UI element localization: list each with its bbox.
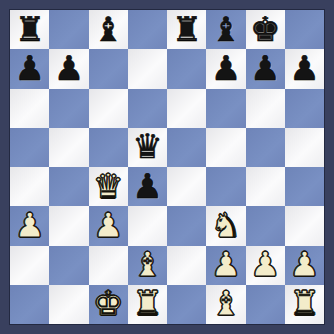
white-pawn-icon[interactable]: ♟ — [93, 208, 123, 242]
square-e5[interactable] — [167, 128, 206, 167]
square-b1[interactable] — [49, 285, 88, 324]
square-a6[interactable] — [10, 89, 49, 128]
square-b3[interactable] — [49, 206, 88, 245]
square-f2[interactable]: ♟ — [206, 246, 245, 285]
square-g4[interactable] — [246, 167, 285, 206]
square-g1[interactable] — [246, 285, 285, 324]
square-b6[interactable] — [49, 89, 88, 128]
square-b5[interactable] — [49, 128, 88, 167]
square-b7[interactable]: ♟ — [49, 49, 88, 88]
square-a5[interactable] — [10, 128, 49, 167]
square-h6[interactable] — [285, 89, 324, 128]
white-pawn-icon[interactable]: ♟ — [14, 208, 44, 242]
white-bishop-icon[interactable]: ♝ — [132, 247, 162, 281]
square-d5[interactable]: ♛ — [128, 128, 167, 167]
black-bishop-icon[interactable]: ♝ — [93, 12, 123, 46]
square-e2[interactable] — [167, 246, 206, 285]
square-g7[interactable]: ♟ — [246, 49, 285, 88]
square-a2[interactable] — [10, 246, 49, 285]
square-b4[interactable] — [49, 167, 88, 206]
black-pawn-icon[interactable]: ♟ — [289, 51, 319, 85]
square-f5[interactable] — [206, 128, 245, 167]
black-pawn-icon[interactable]: ♟ — [250, 51, 280, 85]
square-e7[interactable] — [167, 49, 206, 88]
square-d2[interactable]: ♝ — [128, 246, 167, 285]
square-e8[interactable]: ♜ — [167, 10, 206, 49]
black-king-icon[interactable]: ♚ — [250, 12, 280, 46]
square-f1[interactable]: ♝ — [206, 285, 245, 324]
white-rook-icon[interactable]: ♜ — [132, 286, 162, 320]
black-rook-icon[interactable]: ♜ — [171, 12, 201, 46]
square-h3[interactable] — [285, 206, 324, 245]
black-queen-icon[interactable]: ♛ — [132, 129, 162, 163]
square-g3[interactable] — [246, 206, 285, 245]
white-pawn-icon[interactable]: ♟ — [289, 247, 319, 281]
square-a8[interactable]: ♜ — [10, 10, 49, 49]
square-h7[interactable]: ♟ — [285, 49, 324, 88]
square-e3[interactable] — [167, 206, 206, 245]
square-a7[interactable]: ♟ — [10, 49, 49, 88]
square-f8[interactable]: ♝ — [206, 10, 245, 49]
white-knight-icon[interactable]: ♞ — [211, 208, 241, 242]
square-c1[interactable]: ♚ — [89, 285, 128, 324]
square-h4[interactable] — [285, 167, 324, 206]
board-frame: ♜♝♜♝♚♟♟♟♟♟♛♛♟♟♟♞♝♟♟♟♚♜♝♜ — [0, 0, 334, 334]
square-h1[interactable]: ♜ — [285, 285, 324, 324]
square-g5[interactable] — [246, 128, 285, 167]
square-c2[interactable] — [89, 246, 128, 285]
black-pawn-icon[interactable]: ♟ — [132, 169, 162, 203]
square-g8[interactable]: ♚ — [246, 10, 285, 49]
white-queen-icon[interactable]: ♛ — [93, 169, 123, 203]
black-bishop-icon[interactable]: ♝ — [211, 12, 241, 46]
square-h8[interactable] — [285, 10, 324, 49]
white-rook-icon[interactable]: ♜ — [289, 286, 319, 320]
square-b2[interactable] — [49, 246, 88, 285]
white-pawn-icon[interactable]: ♟ — [211, 247, 241, 281]
square-c6[interactable] — [89, 89, 128, 128]
square-f6[interactable] — [206, 89, 245, 128]
white-king-icon[interactable]: ♚ — [93, 286, 123, 320]
square-d7[interactable] — [128, 49, 167, 88]
square-c5[interactable] — [89, 128, 128, 167]
square-f4[interactable] — [206, 167, 245, 206]
square-c7[interactable] — [89, 49, 128, 88]
black-pawn-icon[interactable]: ♟ — [14, 51, 44, 85]
square-b8[interactable] — [49, 10, 88, 49]
square-d6[interactable] — [128, 89, 167, 128]
square-c3[interactable]: ♟ — [89, 206, 128, 245]
square-a3[interactable]: ♟ — [10, 206, 49, 245]
square-c8[interactable]: ♝ — [89, 10, 128, 49]
chess-board: ♜♝♜♝♚♟♟♟♟♟♛♛♟♟♟♞♝♟♟♟♚♜♝♜ — [10, 10, 324, 324]
square-g6[interactable] — [246, 89, 285, 128]
square-e1[interactable] — [167, 285, 206, 324]
black-rook-icon[interactable]: ♜ — [14, 12, 44, 46]
square-f7[interactable]: ♟ — [206, 49, 245, 88]
square-a4[interactable] — [10, 167, 49, 206]
square-e6[interactable] — [167, 89, 206, 128]
square-a1[interactable] — [10, 285, 49, 324]
white-pawn-icon[interactable]: ♟ — [250, 247, 280, 281]
square-h2[interactable]: ♟ — [285, 246, 324, 285]
black-pawn-icon[interactable]: ♟ — [211, 51, 241, 85]
square-f3[interactable]: ♞ — [206, 206, 245, 245]
square-c4[interactable]: ♛ — [89, 167, 128, 206]
black-pawn-icon[interactable]: ♟ — [54, 51, 84, 85]
square-g2[interactable]: ♟ — [246, 246, 285, 285]
square-d4[interactable]: ♟ — [128, 167, 167, 206]
square-d1[interactable]: ♜ — [128, 285, 167, 324]
square-h5[interactable] — [285, 128, 324, 167]
square-d8[interactable] — [128, 10, 167, 49]
square-e4[interactable] — [167, 167, 206, 206]
white-bishop-icon[interactable]: ♝ — [211, 286, 241, 320]
square-d3[interactable] — [128, 206, 167, 245]
